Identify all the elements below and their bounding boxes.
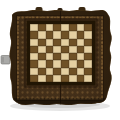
board-square: [69, 60, 77, 67]
board-square: [69, 68, 77, 75]
board-square: [46, 24, 54, 31]
board-square: [53, 68, 61, 75]
board-square: [30, 46, 38, 53]
board-square: [53, 31, 61, 38]
board-square: [61, 24, 69, 31]
board-square: [53, 46, 61, 53]
board-square: [84, 75, 92, 82]
board-square: [53, 75, 61, 82]
board-square: [30, 39, 38, 46]
board-square: [53, 53, 61, 60]
board-square: [61, 60, 69, 67]
board-square: [84, 46, 92, 53]
board-square: [38, 75, 46, 82]
board-square: [84, 24, 92, 31]
board-square: [69, 46, 77, 53]
board-square: [69, 31, 77, 38]
board-square: [77, 53, 85, 60]
board-square: [61, 46, 69, 53]
board-square: [38, 31, 46, 38]
board-square: [77, 39, 85, 46]
board-square: [46, 46, 54, 53]
board-square: [84, 60, 92, 67]
board-square: [30, 68, 38, 75]
board-square: [69, 75, 77, 82]
board-square: [38, 53, 46, 60]
board-square: [46, 60, 54, 67]
side-latch: [1, 56, 10, 65]
board-square: [38, 46, 46, 53]
board-square: [46, 75, 54, 82]
board-square: [38, 24, 46, 31]
board-square: [84, 39, 92, 46]
board-square: [61, 31, 69, 38]
board-square: [61, 53, 69, 60]
board-square: [30, 53, 38, 60]
board-square: [69, 39, 77, 46]
product-photo: [0, 0, 120, 120]
board-square: [53, 24, 61, 31]
board-square: [77, 75, 85, 82]
board-square: [77, 31, 85, 38]
chessboard: [30, 24, 92, 82]
board-square: [53, 60, 61, 67]
board-square: [38, 39, 46, 46]
board-square: [46, 31, 54, 38]
board-square: [46, 39, 54, 46]
board-square: [61, 75, 69, 82]
board-square: [84, 68, 92, 75]
board-square: [84, 31, 92, 38]
board-square: [77, 24, 85, 31]
board-square: [30, 75, 38, 82]
board-square: [46, 68, 54, 75]
board-square: [30, 60, 38, 67]
board-square: [61, 68, 69, 75]
board-square: [53, 39, 61, 46]
board-square: [30, 24, 38, 31]
board-square: [69, 53, 77, 60]
board-square: [77, 68, 85, 75]
board-square: [84, 53, 92, 60]
board-square: [61, 39, 69, 46]
board-square: [38, 60, 46, 67]
board-square: [38, 68, 46, 75]
board-square: [46, 53, 54, 60]
board-square: [77, 46, 85, 53]
board-square: [30, 31, 38, 38]
board-square: [69, 24, 77, 31]
board-square: [77, 60, 85, 67]
